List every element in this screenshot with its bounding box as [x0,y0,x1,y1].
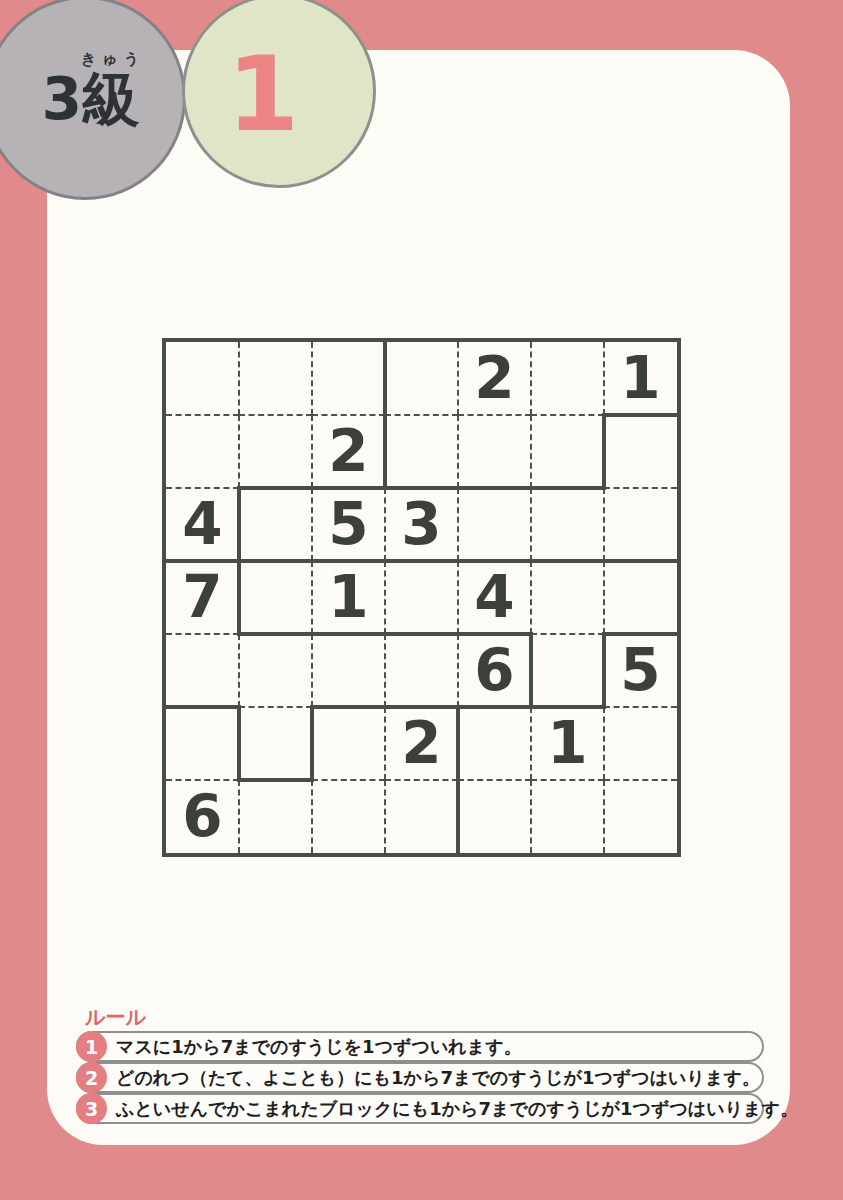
given-digit: 1 [620,349,660,407]
cell-r4c3: 1 [312,561,385,634]
cell-r2c1[interactable] [166,415,239,488]
given-digit: 2 [328,422,368,480]
cell-r2c5[interactable] [458,415,531,488]
given-digit: 4 [474,568,514,626]
rule-1-text: マスに1から7までのすうじを1つずついれます。 [116,1035,522,1059]
given-digit: 6 [182,787,222,845]
rule-3-text: ふといせんでかこまれたブロックにも1から7までのすうじが1つずつはいります。 [116,1097,798,1121]
rule-3-number-badge: 3 [76,1093,107,1124]
rule-2-number-badge: 2 [76,1062,107,1093]
cell-r6c7[interactable] [604,707,677,780]
given-digit: 2 [401,714,441,772]
cell-r5c2[interactable] [239,634,312,707]
cell-r1c4[interactable] [385,342,458,415]
cell-r4c6[interactable] [531,561,604,634]
cell-r3c4: 3 [385,488,458,561]
rules-heading: ルール [85,1004,146,1031]
given-digit: 7 [182,568,222,626]
puzzle-number-badge: 1 [182,0,376,188]
cell-r2c3: 2 [312,415,385,488]
cell-r5c4[interactable] [385,634,458,707]
cell-r1c5: 2 [458,342,531,415]
cell-r4c4[interactable] [385,561,458,634]
cell-r2c4[interactable] [385,415,458,488]
cell-r4c7[interactable] [604,561,677,634]
cell-r3c3: 5 [312,488,385,561]
level-furigana: きゅう [64,50,162,69]
cell-r4c1: 7 [166,561,239,634]
puzzle-grid: 21245371465216 [162,338,681,857]
cell-r3c5[interactable] [458,488,531,561]
cell-r2c7[interactable] [604,415,677,488]
cell-r6c3[interactable] [312,707,385,780]
rule-2-text: どのれつ（たて、よことも）にも1から7までのすうじが1つずつはいります。 [116,1066,760,1090]
cell-r6c6: 1 [531,707,604,780]
cell-r3c1: 4 [166,488,239,561]
cell-r1c6[interactable] [531,342,604,415]
cell-r1c7: 1 [604,342,677,415]
given-digit: 1 [547,714,587,772]
given-digit: 6 [474,641,514,699]
cell-r3c6[interactable] [531,488,604,561]
cell-r7c4[interactable] [385,780,458,853]
cell-r2c6[interactable] [531,415,604,488]
rule-1: 1 マスに1から7までのすうじを1つずついれます。 [76,1031,764,1062]
cell-r7c2[interactable] [239,780,312,853]
rule-1-number-badge: 1 [76,1031,107,1062]
puzzle-number: 1 [227,42,299,146]
cell-r6c4: 2 [385,707,458,780]
cell-r6c2[interactable] [239,707,312,780]
cell-r5c6[interactable] [531,634,604,707]
cell-r1c1[interactable] [166,342,239,415]
given-digit: 2 [474,349,514,407]
cell-r5c5: 6 [458,634,531,707]
given-digit: 5 [328,495,368,553]
rule-3: 3 ふといせんでかこまれたブロックにも1から7までのすうじが1つずつはいります。 [76,1093,764,1124]
cell-r5c3[interactable] [312,634,385,707]
cell-r1c3[interactable] [312,342,385,415]
cell-r7c3[interactable] [312,780,385,853]
cell-r7c1: 6 [166,780,239,853]
given-digit: 4 [182,495,222,553]
cell-r7c6[interactable] [531,780,604,853]
given-digit: 3 [401,495,441,553]
cell-r7c5[interactable] [458,780,531,853]
cell-r6c1[interactable] [166,707,239,780]
cell-r7c7[interactable] [604,780,677,853]
given-digit: 1 [328,568,368,626]
cell-r5c1[interactable] [166,634,239,707]
cell-r4c5: 4 [458,561,531,634]
level-badge-inner: きゅう 3級 [42,50,140,130]
given-digit: 5 [620,641,660,699]
cell-r2c2[interactable] [239,415,312,488]
cell-r3c7[interactable] [604,488,677,561]
cell-r5c7: 5 [604,634,677,707]
rule-2: 2 どのれつ（たて、よことも）にも1から7までのすうじが1つずつはいります。 [76,1062,764,1093]
cell-r1c2[interactable] [239,342,312,415]
cell-r3c2[interactable] [239,488,312,561]
level-label: 3級 [42,69,140,130]
cell-r6c5[interactable] [458,707,531,780]
puzzle-page: きゅう 3級 1 21245371465216 ルール 1 マスに1から7までの… [0,0,843,1200]
cell-r4c2[interactable] [239,561,312,634]
